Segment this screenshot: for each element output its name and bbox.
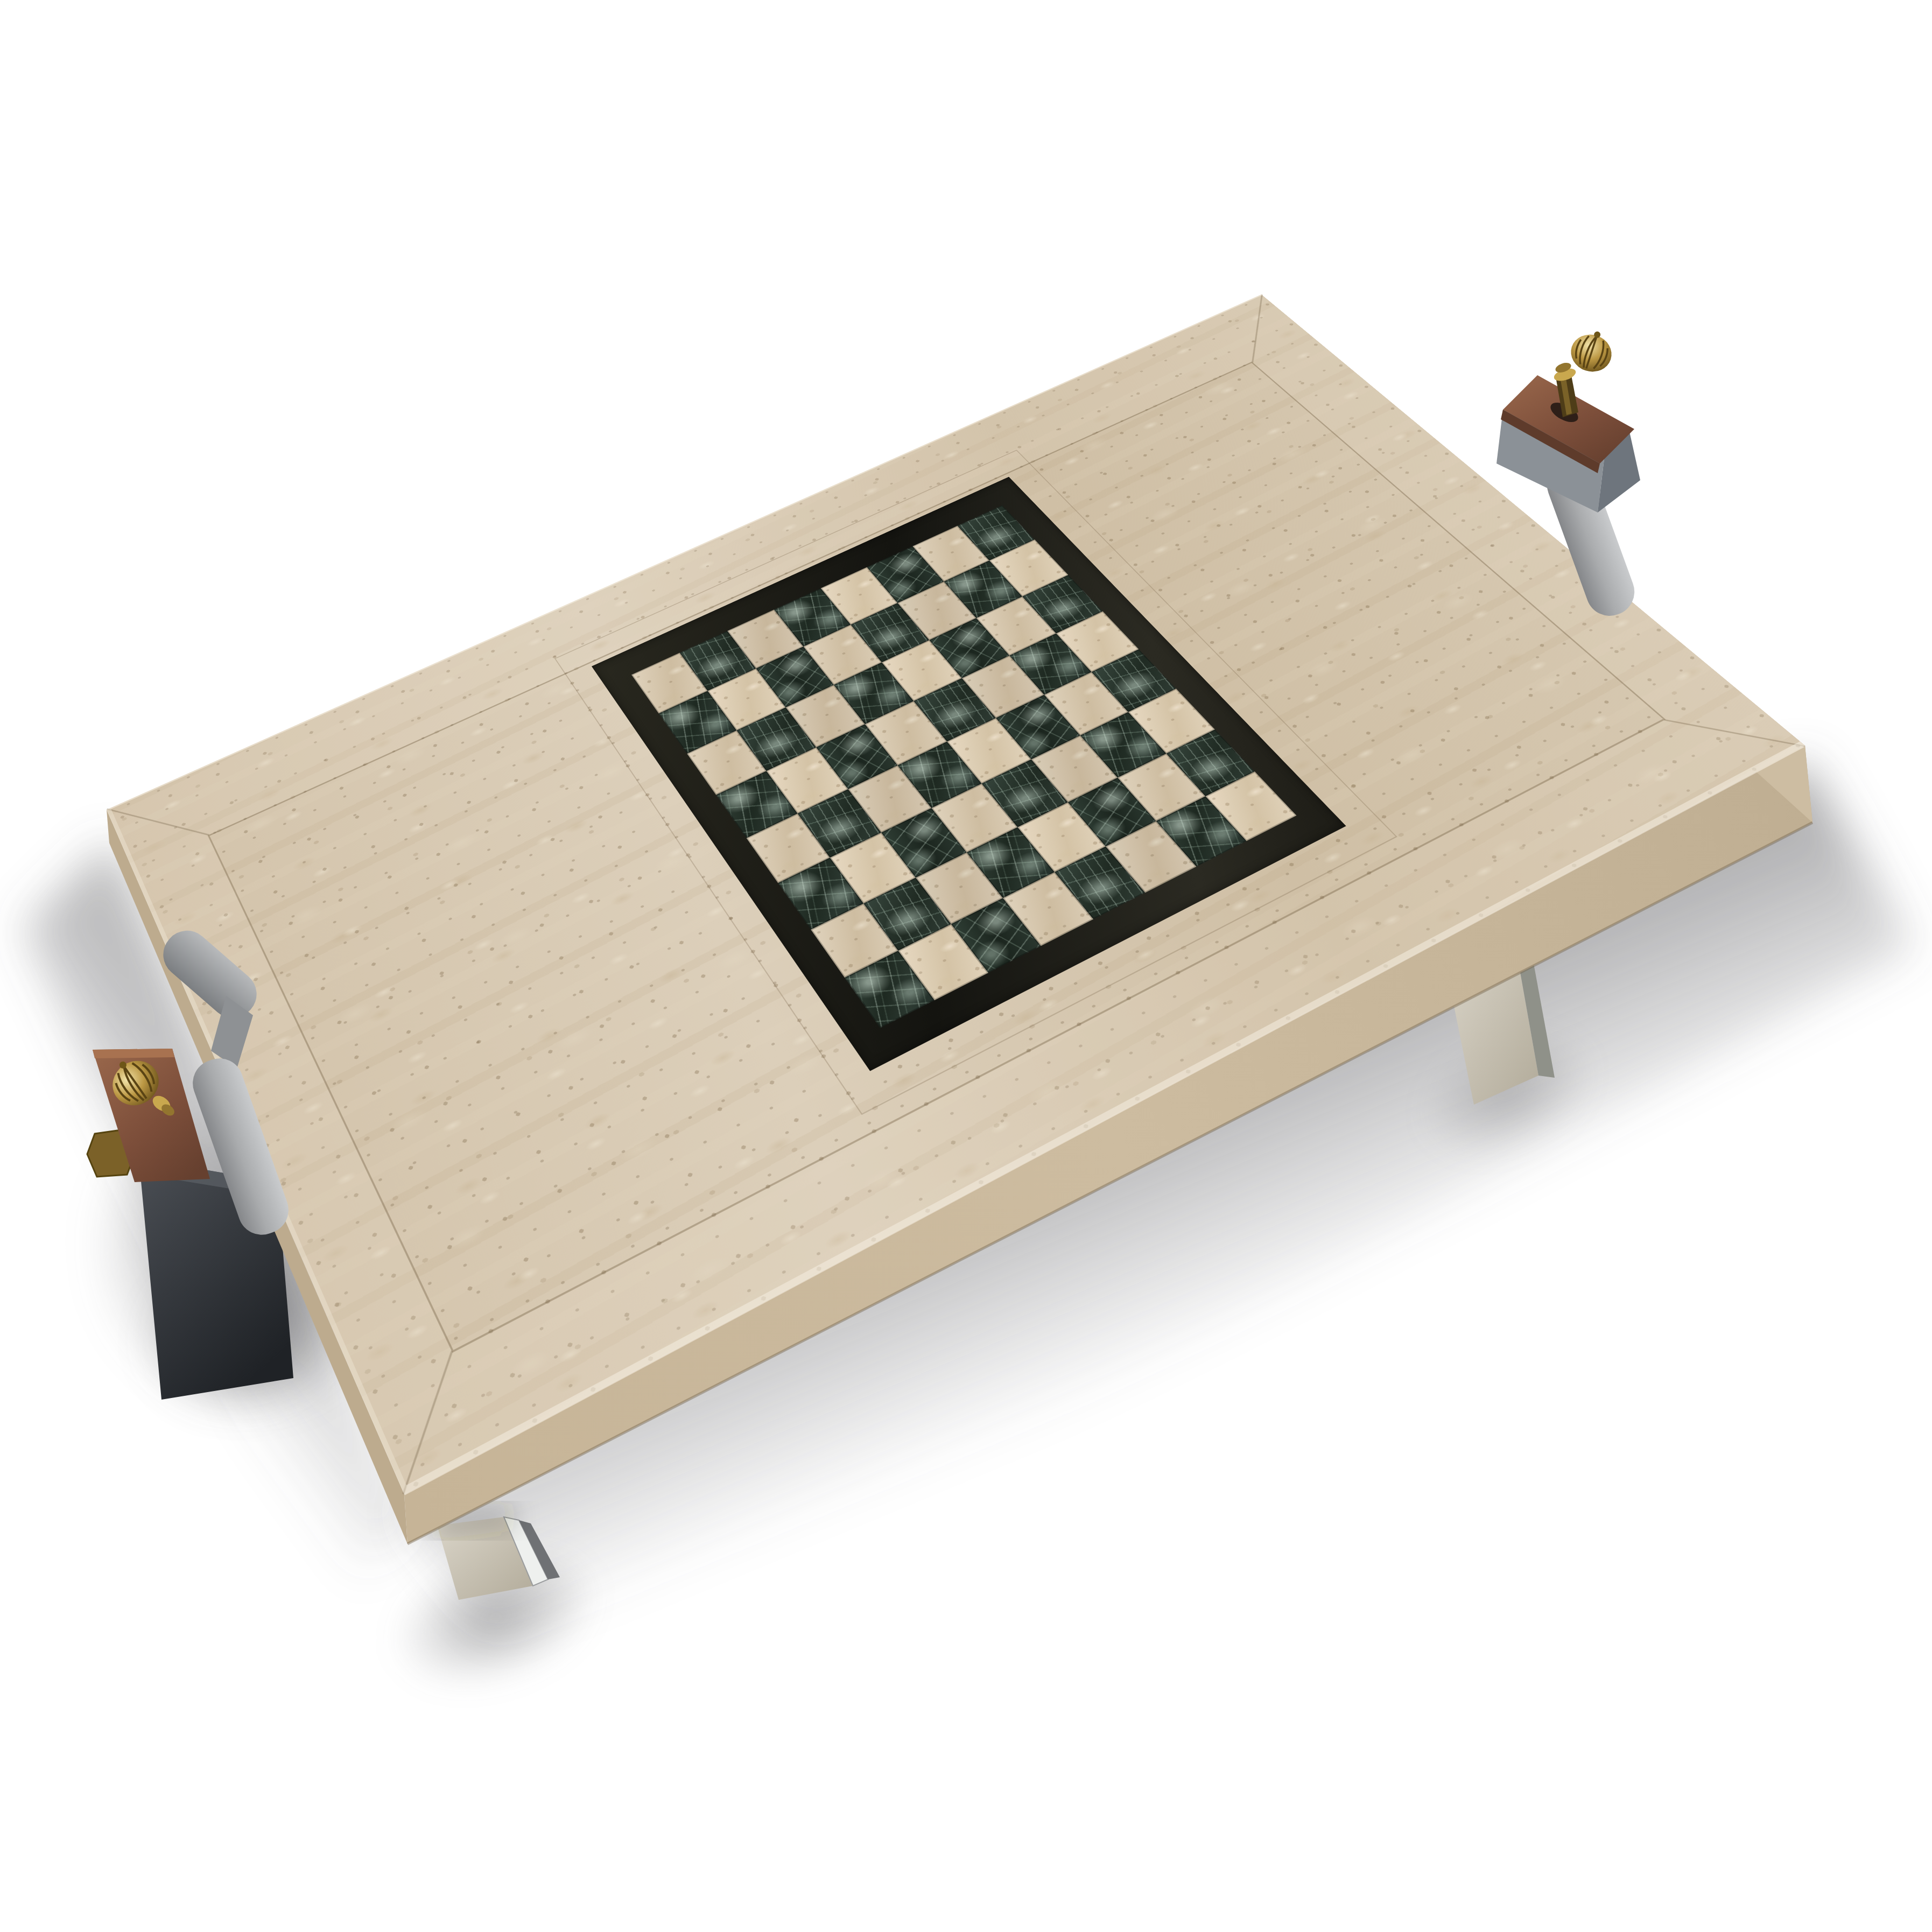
clamps-layer — [0, 0, 1932, 1932]
right-clamp-finial — [1566, 325, 1618, 377]
right-clamp — [1497, 325, 1641, 622]
product-photo-stage — [0, 0, 1932, 1932]
left-clamp-strap-hanging — [186, 1052, 295, 1241]
left-clamp-copper-plate-edge — [93, 1049, 174, 1058]
left-clamp — [87, 921, 295, 1241]
left-clamp-strap-tongue — [154, 921, 266, 1028]
